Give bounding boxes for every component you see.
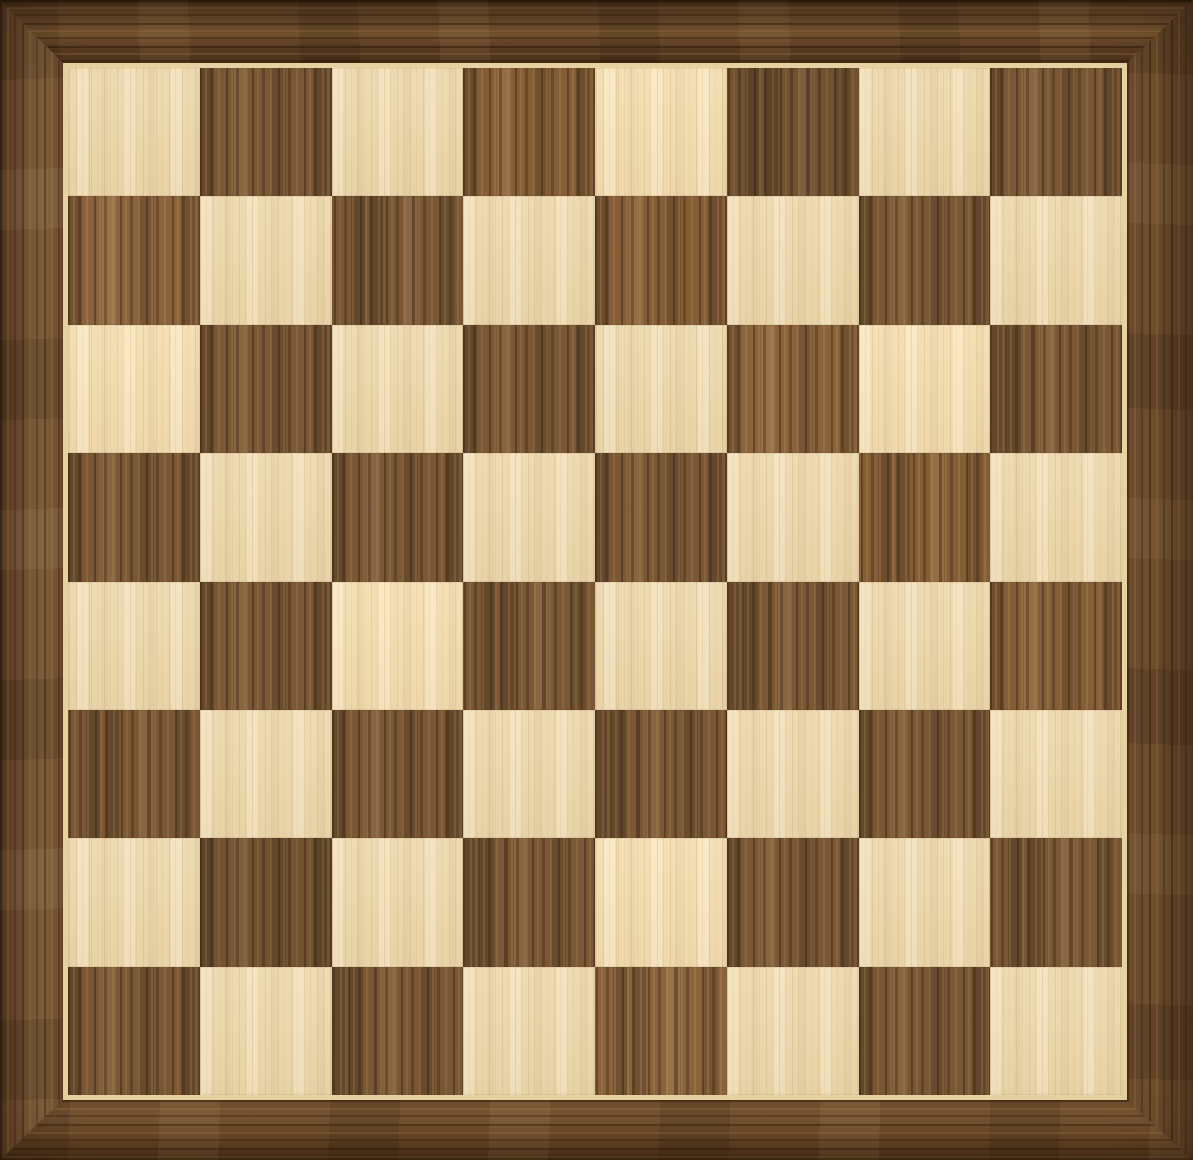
square-c3[interactable] bbox=[332, 710, 464, 838]
square-d5[interactable] bbox=[463, 453, 595, 581]
square-d2[interactable] bbox=[463, 838, 595, 966]
square-c7[interactable] bbox=[332, 196, 464, 324]
square-a8[interactable] bbox=[68, 68, 200, 196]
square-c5[interactable] bbox=[332, 453, 464, 581]
square-e2[interactable] bbox=[595, 838, 727, 966]
square-a7[interactable] bbox=[68, 196, 200, 324]
square-h1[interactable] bbox=[990, 967, 1122, 1095]
square-d6[interactable] bbox=[463, 325, 595, 453]
square-c1[interactable] bbox=[332, 967, 464, 1095]
square-b3[interactable] bbox=[200, 710, 332, 838]
square-e3[interactable] bbox=[595, 710, 727, 838]
square-b2[interactable] bbox=[200, 838, 332, 966]
square-g3[interactable] bbox=[859, 710, 991, 838]
square-g8[interactable] bbox=[859, 68, 991, 196]
chess-board bbox=[68, 68, 1122, 1095]
square-d8[interactable] bbox=[463, 68, 595, 196]
square-h7[interactable] bbox=[990, 196, 1122, 324]
square-g1[interactable] bbox=[859, 967, 991, 1095]
square-h3[interactable] bbox=[990, 710, 1122, 838]
square-h2[interactable] bbox=[990, 838, 1122, 966]
square-b5[interactable] bbox=[200, 453, 332, 581]
square-b8[interactable] bbox=[200, 68, 332, 196]
square-a5[interactable] bbox=[68, 453, 200, 581]
square-b7[interactable] bbox=[200, 196, 332, 324]
square-d1[interactable] bbox=[463, 967, 595, 1095]
square-b6[interactable] bbox=[200, 325, 332, 453]
square-h4[interactable] bbox=[990, 582, 1122, 710]
square-c6[interactable] bbox=[332, 325, 464, 453]
chessboard-photo bbox=[0, 0, 1193, 1160]
square-f3[interactable] bbox=[727, 710, 859, 838]
square-f6[interactable] bbox=[727, 325, 859, 453]
square-b4[interactable] bbox=[200, 582, 332, 710]
square-d4[interactable] bbox=[463, 582, 595, 710]
square-e7[interactable] bbox=[595, 196, 727, 324]
square-h6[interactable] bbox=[990, 325, 1122, 453]
square-h5[interactable] bbox=[990, 453, 1122, 581]
square-e6[interactable] bbox=[595, 325, 727, 453]
square-f7[interactable] bbox=[727, 196, 859, 324]
square-a3[interactable] bbox=[68, 710, 200, 838]
board-frame-top bbox=[0, 0, 1193, 63]
board-frame-left bbox=[0, 0, 63, 1160]
board-frame-bottom bbox=[0, 1100, 1193, 1160]
square-b1[interactable] bbox=[200, 967, 332, 1095]
square-e5[interactable] bbox=[595, 453, 727, 581]
square-c4[interactable] bbox=[332, 582, 464, 710]
square-g2[interactable] bbox=[859, 838, 991, 966]
square-c8[interactable] bbox=[332, 68, 464, 196]
square-d3[interactable] bbox=[463, 710, 595, 838]
square-a4[interactable] bbox=[68, 582, 200, 710]
square-g4[interactable] bbox=[859, 582, 991, 710]
square-g6[interactable] bbox=[859, 325, 991, 453]
square-g5[interactable] bbox=[859, 453, 991, 581]
square-a1[interactable] bbox=[68, 967, 200, 1095]
square-c2[interactable] bbox=[332, 838, 464, 966]
square-e8[interactable] bbox=[595, 68, 727, 196]
board-frame-right bbox=[1127, 0, 1193, 1160]
square-f5[interactable] bbox=[727, 453, 859, 581]
square-e1[interactable] bbox=[595, 967, 727, 1095]
square-a2[interactable] bbox=[68, 838, 200, 966]
square-h8[interactable] bbox=[990, 68, 1122, 196]
square-f4[interactable] bbox=[727, 582, 859, 710]
square-g7[interactable] bbox=[859, 196, 991, 324]
square-f2[interactable] bbox=[727, 838, 859, 966]
square-f8[interactable] bbox=[727, 68, 859, 196]
square-a6[interactable] bbox=[68, 325, 200, 453]
square-e4[interactable] bbox=[595, 582, 727, 710]
square-f1[interactable] bbox=[727, 967, 859, 1095]
square-d7[interactable] bbox=[463, 196, 595, 324]
